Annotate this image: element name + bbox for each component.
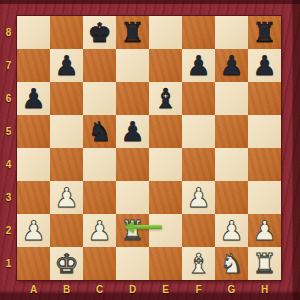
square-b5[interactable] [50,115,83,148]
square-c7[interactable] [83,49,116,82]
square-b8[interactable] [50,16,83,49]
square-g6[interactable] [215,82,248,115]
rank-label-2: 2 [2,214,15,247]
piece-white-king[interactable]: ♚ [50,247,83,280]
square-h3[interactable] [248,181,281,214]
square-h6[interactable] [248,82,281,115]
chess-board-frame: ♚♜♜♟♟♟♟♟♝♞♟♟♟♟♟♜♟♟♚♝♞♜ 87654321ABCDEFGH [0,0,300,300]
square-e2[interactable] [149,214,182,247]
piece-black-rook[interactable]: ♜ [248,16,281,49]
square-e6[interactable]: ♝ [149,82,182,115]
square-b6[interactable] [50,82,83,115]
rank-label-5: 5 [2,115,15,148]
file-label-H: H [248,281,281,297]
square-c2[interactable]: ♟ [83,214,116,247]
square-d8[interactable]: ♜ [116,16,149,49]
square-b2[interactable] [50,214,83,247]
square-h1[interactable]: ♜ [248,247,281,280]
piece-black-bishop[interactable]: ♝ [149,82,182,115]
square-e7[interactable] [149,49,182,82]
piece-white-pawn[interactable]: ♟ [83,214,116,247]
square-h5[interactable] [248,115,281,148]
piece-black-pawn[interactable]: ♟ [50,49,83,82]
arrow-head [124,221,134,233]
square-a7[interactable] [17,49,50,82]
square-d1[interactable] [116,247,149,280]
square-e1[interactable] [149,247,182,280]
square-b4[interactable] [50,148,83,181]
piece-black-pawn[interactable]: ♟ [248,49,281,82]
square-f4[interactable] [182,148,215,181]
chess-board: ♚♜♜♟♟♟♟♟♝♞♟♟♟♟♟♜♟♟♚♝♞♜ [17,16,281,280]
square-c3[interactable] [83,181,116,214]
square-d4[interactable] [116,148,149,181]
square-g3[interactable] [215,181,248,214]
piece-black-pawn[interactable]: ♟ [116,115,149,148]
piece-black-rook[interactable]: ♜ [116,16,149,49]
square-h7[interactable]: ♟ [248,49,281,82]
piece-black-pawn[interactable]: ♟ [182,49,215,82]
square-g2[interactable]: ♟ [215,214,248,247]
square-g5[interactable] [215,115,248,148]
square-g4[interactable] [215,148,248,181]
square-f8[interactable] [182,16,215,49]
piece-white-bishop[interactable]: ♝ [182,247,215,280]
square-a8[interactable] [17,16,50,49]
rank-label-6: 6 [2,82,15,115]
file-label-E: E [149,281,182,297]
piece-black-pawn[interactable]: ♟ [17,82,50,115]
square-b7[interactable]: ♟ [50,49,83,82]
square-h2[interactable]: ♟ [248,214,281,247]
square-b3[interactable]: ♟ [50,181,83,214]
rank-label-8: 8 [2,16,15,49]
square-e8[interactable] [149,16,182,49]
square-h4[interactable] [248,148,281,181]
rank-label-7: 7 [2,49,15,82]
square-f5[interactable] [182,115,215,148]
piece-black-king[interactable]: ♚ [83,16,116,49]
piece-white-pawn[interactable]: ♟ [182,181,215,214]
square-a4[interactable] [17,148,50,181]
square-d3[interactable] [116,181,149,214]
file-label-D: D [116,281,149,297]
square-d7[interactable] [116,49,149,82]
square-d6[interactable] [116,82,149,115]
square-a5[interactable] [17,115,50,148]
rank-label-1: 1 [2,247,15,280]
square-g7[interactable]: ♟ [215,49,248,82]
file-label-B: B [50,281,83,297]
square-f6[interactable] [182,82,215,115]
square-f1[interactable]: ♝ [182,247,215,280]
piece-white-pawn[interactable]: ♟ [215,214,248,247]
piece-black-pawn[interactable]: ♟ [215,49,248,82]
square-f7[interactable]: ♟ [182,49,215,82]
piece-black-knight[interactable]: ♞ [83,115,116,148]
square-a6[interactable]: ♟ [17,82,50,115]
square-f3[interactable]: ♟ [182,181,215,214]
square-c5[interactable]: ♞ [83,115,116,148]
square-g1[interactable]: ♞ [215,247,248,280]
piece-white-knight[interactable]: ♞ [215,247,248,280]
square-c4[interactable] [83,148,116,181]
square-e4[interactable] [149,148,182,181]
file-label-F: F [182,281,215,297]
rank-label-3: 3 [2,181,15,214]
square-h8[interactable]: ♜ [248,16,281,49]
piece-white-pawn[interactable]: ♟ [50,181,83,214]
file-label-C: C [83,281,116,297]
arrow-line [133,225,162,229]
square-e3[interactable] [149,181,182,214]
square-a1[interactable] [17,247,50,280]
square-d5[interactable]: ♟ [116,115,149,148]
square-c1[interactable] [83,247,116,280]
square-f2[interactable] [182,214,215,247]
square-b1[interactable]: ♚ [50,247,83,280]
square-g8[interactable] [215,16,248,49]
file-label-A: A [17,281,50,297]
piece-white-rook[interactable]: ♜ [248,247,281,280]
square-c8[interactable]: ♚ [83,16,116,49]
square-a3[interactable] [17,181,50,214]
rank-label-4: 4 [2,148,15,181]
piece-white-pawn[interactable]: ♟ [17,214,50,247]
square-c6[interactable] [83,82,116,115]
piece-white-pawn[interactable]: ♟ [248,214,281,247]
square-a2[interactable]: ♟ [17,214,50,247]
square-e5[interactable] [149,115,182,148]
file-label-G: G [215,281,248,297]
